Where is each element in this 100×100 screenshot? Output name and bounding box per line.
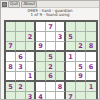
cell-r6c4[interactable]: [36, 72, 46, 82]
cell-r8c9[interactable]: [86, 92, 96, 100]
cell-r1c6[interactable]: [56, 22, 66, 32]
cell-r5c3[interactable]: [26, 62, 36, 72]
cell-r8c7[interactable]: 7: [66, 92, 76, 100]
cell-r8c6[interactable]: [56, 92, 66, 100]
puzzle-header: 0985 - hard - guardian 1 of 9 - found us…: [1, 8, 99, 17]
cell-r1c9[interactable]: [86, 22, 96, 32]
titlebar: Quit About: [1, 1, 99, 8]
cell-r6c2[interactable]: [16, 72, 26, 82]
cell-r1c1[interactable]: [6, 22, 16, 32]
cell-r2c2[interactable]: [16, 32, 26, 42]
cell-r6c7[interactable]: [66, 72, 76, 82]
about-button[interactable]: About: [21, 1, 37, 8]
cell-r3c2[interactable]: [16, 42, 26, 52]
sudoku-app-window: Quit About 0985 - hard - guardian 1 of 9…: [0, 0, 100, 100]
cell-r7c3[interactable]: [26, 82, 36, 92]
cell-r1c5[interactable]: 7: [46, 22, 56, 32]
cell-r1c2[interactable]: [16, 22, 26, 32]
cell-r5c7[interactable]: [66, 62, 76, 72]
cell-r2c8[interactable]: [76, 32, 86, 42]
cell-r3c3[interactable]: [26, 42, 36, 52]
cell-r7c2[interactable]: 2: [16, 82, 26, 92]
cell-r8c5[interactable]: [46, 92, 56, 100]
cell-r8c4[interactable]: 4: [36, 92, 46, 100]
cell-r4c7[interactable]: 1: [66, 52, 76, 62]
cell-r3c1[interactable]: 7: [6, 42, 16, 52]
cell-r1c7[interactable]: [66, 22, 76, 32]
cell-r2c4[interactable]: [36, 32, 46, 42]
cell-r6c8[interactable]: 9: [76, 72, 86, 82]
cell-r7c1[interactable]: 5: [6, 82, 16, 92]
cell-r4c2[interactable]: 6: [16, 52, 26, 62]
cell-r7c4[interactable]: [36, 82, 46, 92]
cell-r8c2[interactable]: [16, 92, 26, 100]
cell-r8c3[interactable]: 3: [26, 92, 36, 100]
cell-r3c5[interactable]: [46, 42, 56, 52]
cell-r7c7[interactable]: [66, 82, 76, 92]
cell-r2c6[interactable]: 3: [56, 32, 66, 42]
cell-r4c5[interactable]: 5: [46, 52, 56, 62]
cell-r5c5[interactable]: 2: [46, 62, 56, 72]
cell-r2c7[interactable]: 5: [66, 32, 76, 42]
cell-r7c8[interactable]: [76, 82, 86, 92]
cell-r5c1[interactable]: 8: [6, 62, 16, 72]
cell-r1c4[interactable]: [36, 22, 46, 32]
cell-r4c4[interactable]: [36, 52, 46, 62]
cell-r4c8[interactable]: [76, 52, 86, 62]
sudoku-grid: 72357928651832561695281347: [4, 20, 98, 100]
cell-r2c9[interactable]: [86, 32, 96, 42]
cell-r6c9[interactable]: [86, 72, 96, 82]
cell-r6c6[interactable]: [56, 72, 66, 82]
cell-r2c5[interactable]: [46, 32, 56, 42]
cell-r5c9[interactable]: 6: [86, 62, 96, 72]
window-icon: [2, 2, 7, 7]
cell-r6c5[interactable]: 6: [46, 72, 56, 82]
cell-r3c4[interactable]: 9: [36, 42, 46, 52]
cell-r4c1[interactable]: [6, 52, 16, 62]
cell-r3c6[interactable]: [56, 42, 66, 52]
cell-r5c4[interactable]: [36, 62, 46, 72]
cell-r5c6[interactable]: [56, 62, 66, 72]
cell-r4c9[interactable]: [86, 52, 96, 62]
cell-r1c8[interactable]: [76, 22, 86, 32]
cell-r8c8[interactable]: [76, 92, 86, 100]
cell-r2c1[interactable]: [6, 32, 16, 42]
cell-r7c6[interactable]: 8: [56, 82, 66, 92]
cell-r4c6[interactable]: [56, 52, 66, 62]
cell-r3c9[interactable]: 8: [86, 42, 96, 52]
cell-r1c3[interactable]: [26, 22, 36, 32]
cell-r2c3[interactable]: 2: [26, 32, 36, 42]
cell-r6c3[interactable]: 1: [26, 72, 36, 82]
cell-r3c8[interactable]: 2: [76, 42, 86, 52]
cell-r7c9[interactable]: 1: [86, 82, 96, 92]
cell-r5c8[interactable]: 5: [76, 62, 86, 72]
cell-r4c3[interactable]: [26, 52, 36, 62]
quit-button[interactable]: Quit: [8, 1, 20, 8]
puzzle-subtitle: 1 of 9 - found using: [1, 13, 99, 17]
cell-r5c2[interactable]: 3: [16, 62, 26, 72]
cell-r3c7[interactable]: [66, 42, 76, 52]
cell-r7c5[interactable]: [46, 82, 56, 92]
cell-r6c1[interactable]: [6, 72, 16, 82]
cell-r8c1[interactable]: [6, 92, 16, 100]
